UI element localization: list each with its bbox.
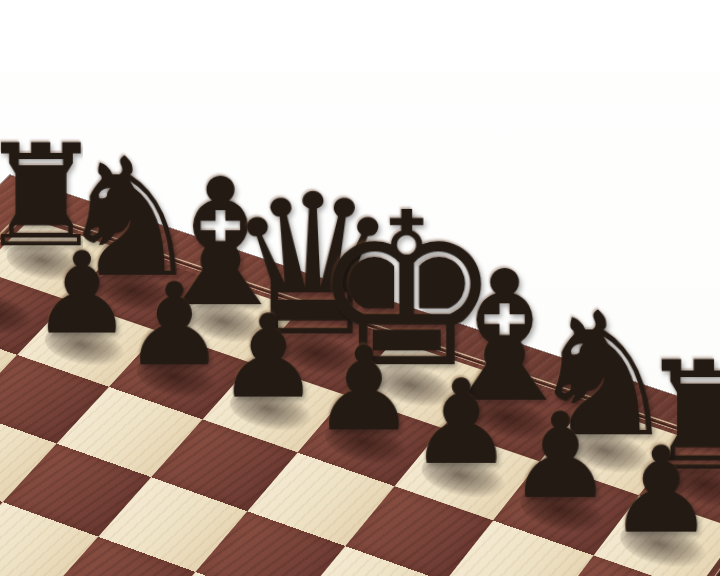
chess-board: ♜♞♝♛♚♝♞♜♟♟♟♟♟♟♟♟ [0, 175, 720, 576]
black-pawn: ♟ [409, 364, 514, 481]
black-pawn: ♟ [123, 268, 226, 382]
black-pawn: ♟ [31, 237, 133, 350]
black-pawn: ♟ [608, 431, 715, 551]
black-pawn: ♟ [217, 299, 320, 414]
black-pawn: ♟ [312, 331, 416, 447]
black-pawn: ♟ [507, 397, 613, 516]
product-photo-scene: ♜♞♝♛♚♝♞♜♟♟♟♟♟♟♟♟ [0, 0, 720, 576]
